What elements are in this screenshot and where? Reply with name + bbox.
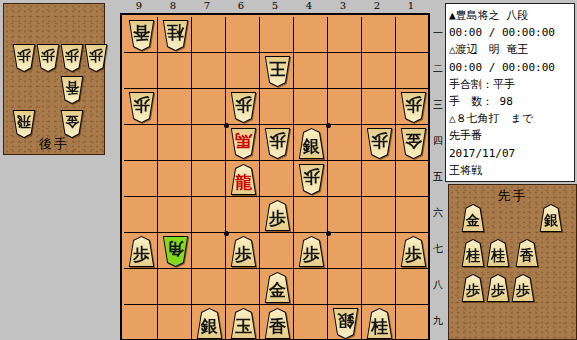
piece-face: 香	[265, 309, 290, 338]
piece-face: 馬	[231, 129, 256, 158]
piece-face: 歩	[231, 237, 256, 266]
piece-shape: 銀	[196, 308, 223, 339]
board-cell-8-3[interactable]	[158, 89, 192, 125]
sente-piece-桂[interactable]: 桂	[366, 308, 393, 339]
file-label-8: 8	[156, 0, 190, 12]
gote-piece-王[interactable]: 王	[264, 56, 291, 87]
board-cell-4-9[interactable]	[294, 305, 328, 340]
gote-piece-銀[interactable]: 銀	[332, 308, 359, 339]
board-cell-1-1[interactable]	[396, 17, 430, 53]
rank-label-6: 六	[431, 206, 445, 220]
board-cell-7-8[interactable]	[192, 269, 226, 305]
sente-label: 先手	[449, 187, 576, 205]
board-cell-5-5[interactable]	[260, 161, 294, 197]
star-point	[326, 123, 331, 128]
last-move-text: △８七角打 まで	[449, 110, 572, 127]
board-cell-1-9[interactable]	[396, 305, 430, 340]
gote-piece-金[interactable]: 金	[60, 110, 84, 138]
sente-piece-桂[interactable]: 桂	[461, 239, 485, 267]
gote-piece-香[interactable]: 香	[128, 20, 155, 51]
piece-glyph: 香	[520, 244, 534, 262]
piece-glyph: 歩	[133, 97, 150, 119]
piece-shape: 金	[400, 128, 427, 159]
board-cell-3-5[interactable]	[328, 161, 362, 197]
piece-face: 桂	[367, 309, 392, 338]
piece-shape: 香	[515, 239, 539, 267]
sente-clock: 00:00 / 00:00:00	[449, 24, 572, 41]
piece-shape: 歩	[128, 92, 155, 123]
board-cell-6-1[interactable]	[226, 17, 260, 53]
piece-shape: 桂	[486, 239, 510, 267]
piece-glyph: 桂	[466, 244, 480, 262]
board-cell-8-4[interactable]	[158, 125, 192, 161]
handicap-text: 手合割：平手	[449, 76, 572, 93]
board-cell-8-9[interactable]	[158, 305, 192, 340]
board-cell-4-6[interactable]	[294, 197, 328, 233]
piece-shape: 歩	[12, 44, 36, 72]
piece-glyph: 歩	[405, 97, 422, 119]
board-cell-1-6[interactable]	[396, 197, 430, 233]
gote-piece-歩[interactable]: 歩	[366, 128, 393, 159]
piece-shape: 飛	[12, 110, 36, 138]
piece-glyph: 歩	[303, 241, 320, 263]
board-cell-8-2[interactable]	[158, 53, 192, 89]
piece-face: 歩	[299, 237, 324, 266]
piece-face: 銀	[540, 205, 562, 231]
board-cell-7-3[interactable]	[192, 89, 226, 125]
piece-face: 金	[462, 205, 484, 231]
piece-face: 玉	[231, 309, 256, 338]
piece-face: 歩	[265, 129, 290, 158]
board-cell-2-2[interactable]	[362, 53, 396, 89]
piece-shape: 王	[264, 56, 291, 87]
piece-glyph: 香	[133, 25, 150, 47]
sente-piece-銀[interactable]: 銀	[298, 128, 325, 159]
sente-piece-銀[interactable]: 銀	[539, 204, 563, 232]
piece-glyph: 歩	[133, 241, 150, 263]
piece-glyph: 桂	[491, 244, 505, 262]
piece-face: 歩	[401, 93, 426, 122]
rank-label-8: 八	[431, 278, 445, 292]
piece-face: 歩	[37, 45, 59, 71]
sente-piece-龍[interactable]: 龍	[230, 164, 257, 195]
piece-glyph: 歩	[235, 241, 252, 263]
board-cell-8-8[interactable]	[158, 269, 192, 305]
board-cell-7-5[interactable]	[192, 161, 226, 197]
rank-label-7: 七	[431, 242, 445, 256]
piece-glyph: 歩	[466, 279, 480, 297]
board-cell-8-6[interactable]	[158, 197, 192, 233]
board-cell-5-7[interactable]	[260, 233, 294, 269]
piece-face: 歩	[129, 237, 154, 266]
gote-label: 後手	[4, 135, 104, 153]
piece-glyph: 銀	[303, 133, 320, 155]
piece-face: 桂	[462, 240, 484, 266]
piece-shape: 玉	[230, 308, 257, 339]
piece-shape: 金	[264, 272, 291, 303]
board-cell-3-6[interactable]	[328, 197, 362, 233]
piece-shape: 歩	[264, 128, 291, 159]
piece-shape: 歩	[400, 236, 427, 267]
piece-face: 香	[516, 240, 538, 266]
board-cell-7-4[interactable]	[192, 125, 226, 161]
game-info-panel: ▲豊島将之 八段 00:00 / 00:00:00 △渡辺 明 竜王 00:00…	[445, 3, 575, 182]
game-date: 2017/11/07	[449, 145, 572, 162]
piece-face: 銀	[197, 309, 222, 338]
gote-piece-歩[interactable]: 歩	[36, 44, 60, 72]
file-label-7: 7	[190, 0, 224, 12]
board-cell-2-6[interactable]	[362, 197, 396, 233]
board-cell-2-5[interactable]	[362, 161, 396, 197]
piece-shape: 香	[128, 20, 155, 51]
piece-face: 王	[265, 57, 290, 86]
sente-piece-歩[interactable]: 歩	[298, 236, 325, 267]
file-label-1: 1	[394, 0, 428, 12]
piece-face: 桂	[163, 21, 188, 50]
piece-shape: 銀	[298, 128, 325, 159]
rank-label-9: 九	[431, 314, 445, 328]
piece-face: 歩	[401, 237, 426, 266]
sente-piece-歩[interactable]: 歩	[511, 274, 535, 302]
board-cell-9-9[interactable]	[124, 305, 158, 340]
sente-piece-金[interactable]: 金	[461, 204, 485, 232]
sente-piece-桂[interactable]: 桂	[486, 239, 510, 267]
board-cell-8-5[interactable]	[158, 161, 192, 197]
piece-glyph: 歩	[516, 279, 530, 297]
gote-piece-歩[interactable]: 歩	[298, 164, 325, 195]
star-point	[326, 231, 331, 236]
piece-shape: 歩	[298, 236, 325, 267]
board-cell-4-1[interactable]	[294, 17, 328, 53]
piece-glyph: 金	[65, 115, 79, 133]
piece-glyph: 香	[269, 313, 286, 335]
gote-clock: 00:00 / 00:00:00	[449, 59, 572, 76]
board-cell-3-8[interactable]	[328, 269, 362, 305]
sente-piece-歩[interactable]: 歩	[461, 274, 485, 302]
piece-glyph: 歩	[491, 279, 505, 297]
rank-label-1: 一	[431, 26, 445, 40]
sente-piece-香[interactable]: 香	[515, 239, 539, 267]
board-cell-6-2[interactable]	[226, 53, 260, 89]
piece-glyph: 桂	[167, 25, 184, 47]
rank-label-4: 四	[431, 134, 445, 148]
piece-face: 金	[265, 273, 290, 302]
piece-face: 歩	[462, 275, 484, 301]
piece-face: 香	[129, 21, 154, 50]
piece-face: 歩	[129, 93, 154, 122]
piece-face: 歩	[487, 275, 509, 301]
board-cell-9-8[interactable]	[124, 269, 158, 305]
sente-piece-香[interactable]: 香	[264, 308, 291, 339]
event-name: 王将戦	[449, 162, 572, 179]
sente-piece-歩[interactable]: 歩	[264, 200, 291, 231]
board-cell-3-4[interactable]	[328, 125, 362, 161]
board-cell-1-5[interactable]	[396, 161, 430, 197]
piece-shape: 銀	[539, 204, 563, 232]
file-coordinates: 987654321	[120, 0, 432, 12]
file-label-4: 4	[292, 0, 326, 12]
piece-face: 龍	[231, 165, 256, 194]
gote-piece-歩[interactable]: 歩	[230, 92, 257, 123]
board-cell-2-1[interactable]	[362, 17, 396, 53]
board-cell-1-2[interactable]	[396, 53, 430, 89]
piece-face: 歩	[299, 165, 324, 194]
piece-glyph: 歩	[89, 49, 103, 67]
board-cell-3-2[interactable]	[328, 53, 362, 89]
piece-shape: 桂	[366, 308, 393, 339]
file-label-5: 5	[258, 0, 292, 12]
board-cell-6-8[interactable]	[226, 269, 260, 305]
gote-piece-桂[interactable]: 桂	[162, 20, 189, 51]
piece-glyph: 王	[269, 61, 286, 83]
piece-shape: 馬	[230, 128, 257, 159]
board-cell-3-3[interactable]	[328, 89, 362, 125]
piece-glyph: 歩	[303, 169, 320, 191]
piece-face: 金	[61, 111, 83, 137]
board-cell-4-2[interactable]	[294, 53, 328, 89]
piece-glyph: 歩	[41, 49, 55, 67]
board-cell-9-2[interactable]	[124, 53, 158, 89]
piece-face: 歩	[367, 129, 392, 158]
gote-piece-歩[interactable]: 歩	[84, 44, 108, 72]
piece-face: 銀	[333, 309, 358, 338]
piece-shape: 歩	[230, 236, 257, 267]
board-cell-4-3[interactable]	[294, 89, 328, 125]
piece-glyph: 銀	[337, 313, 354, 335]
piece-glyph: 歩	[405, 241, 422, 263]
piece-shape: 桂	[461, 239, 485, 267]
board-cell-3-1[interactable]	[328, 17, 362, 53]
piece-shape: 角	[162, 236, 189, 267]
piece-shape: 金	[461, 204, 485, 232]
piece-shape: 歩	[298, 164, 325, 195]
sente-hand-tray: 先手 金銀桂桂香歩歩歩	[448, 184, 577, 340]
piece-face: 歩	[512, 275, 534, 301]
piece-glyph: 銀	[201, 313, 218, 335]
sente-piece-歩[interactable]: 歩	[128, 236, 155, 267]
piece-shape: 桂	[162, 20, 189, 51]
piece-face: 歩	[231, 93, 256, 122]
piece-face: 銀	[299, 129, 324, 158]
piece-face: 歩	[85, 45, 107, 71]
piece-shape: 歩	[366, 128, 393, 159]
piece-shape: 歩	[461, 274, 485, 302]
star-point	[224, 123, 229, 128]
piece-glyph: 歩	[371, 133, 388, 155]
piece-glyph: 桂	[371, 313, 388, 335]
piece-glyph: 角	[167, 241, 184, 263]
piece-shape: 香	[60, 76, 84, 104]
sente-piece-金[interactable]: 金	[264, 272, 291, 303]
piece-shape: 歩	[486, 274, 510, 302]
board-cell-7-2[interactable]	[192, 53, 226, 89]
gote-piece-歩[interactable]: 歩	[400, 92, 427, 123]
gote-piece-金[interactable]: 金	[400, 128, 427, 159]
gote-piece-歩[interactable]: 歩	[12, 44, 36, 72]
piece-shape: 歩	[60, 44, 84, 72]
board-cell-4-8[interactable]	[294, 269, 328, 305]
rank-label-3: 三	[431, 98, 445, 112]
piece-glyph: 歩	[17, 49, 31, 67]
rank-coordinates: 一二三四五六七八九	[431, 13, 445, 337]
piece-face: 桂	[487, 240, 509, 266]
piece-glyph: 歩	[269, 133, 286, 155]
piece-glyph: 歩	[235, 97, 252, 119]
piece-shape: 歩	[264, 200, 291, 231]
board-cell-5-1[interactable]	[260, 17, 294, 53]
board-cell-9-4[interactable]	[124, 125, 158, 161]
gote-piece-歩[interactable]: 歩	[60, 44, 84, 72]
piece-glyph: 香	[65, 81, 79, 99]
piece-shape: 銀	[332, 308, 359, 339]
file-label-6: 6	[224, 0, 258, 12]
board-cell-7-6[interactable]	[192, 197, 226, 233]
piece-shape: 歩	[511, 274, 535, 302]
board-cell-1-8[interactable]	[396, 269, 430, 305]
sente-player-name: ▲豊島将之 八段	[449, 7, 572, 24]
piece-shape: 金	[60, 110, 84, 138]
move-count-text: 手 数： 98	[449, 93, 572, 110]
gote-hand-tray: 歩歩歩歩香飛金 後手	[3, 3, 105, 155]
piece-face: 歩	[13, 45, 35, 71]
piece-shape: 歩	[400, 92, 427, 123]
piece-glyph: 金	[405, 133, 422, 155]
file-label-9: 9	[122, 0, 156, 12]
board-cell-2-7[interactable]	[362, 233, 396, 269]
sente-piece-歩[interactable]: 歩	[400, 236, 427, 267]
piece-shape: 歩	[128, 236, 155, 267]
piece-shape: 歩	[36, 44, 60, 72]
board-cell-3-7[interactable]	[328, 233, 362, 269]
sente-piece-歩[interactable]: 歩	[230, 236, 257, 267]
board-cell-5-3[interactable]	[260, 89, 294, 125]
star-point	[224, 231, 229, 236]
piece-glyph: 金	[466, 209, 480, 227]
file-label-3: 3	[326, 0, 360, 12]
piece-glyph: 馬	[235, 133, 252, 155]
to-move-text: 先手番	[449, 127, 572, 144]
piece-shape: 香	[264, 308, 291, 339]
piece-glyph: 龍	[235, 169, 252, 191]
rank-label-5: 五	[431, 170, 445, 184]
piece-glyph: 歩	[65, 49, 79, 67]
piece-glyph: 銀	[544, 209, 558, 227]
gote-piece-飛[interactable]: 飛	[12, 110, 36, 138]
sente-piece-銀[interactable]: 銀	[196, 308, 223, 339]
gote-piece-香[interactable]: 香	[60, 76, 84, 104]
gote-piece-歩[interactable]: 歩	[264, 128, 291, 159]
sente-piece-歩[interactable]: 歩	[486, 274, 510, 302]
piece-face: 金	[401, 129, 426, 158]
board-cell-2-3[interactable]	[362, 89, 396, 125]
board-cell-7-7[interactable]	[192, 233, 226, 269]
rank-label-2: 二	[431, 62, 445, 76]
gote-piece-馬[interactable]: 馬	[230, 128, 257, 159]
file-label-2: 2	[360, 0, 394, 12]
piece-face: 香	[61, 77, 83, 103]
board-cell-9-5[interactable]	[124, 161, 158, 197]
piece-shape: 歩	[84, 44, 108, 72]
piece-shape: 歩	[230, 92, 257, 123]
piece-glyph: 金	[269, 277, 286, 299]
board-cell-2-8[interactable]	[362, 269, 396, 305]
board-cell-7-1[interactable]	[192, 17, 226, 53]
piece-glyph: 歩	[269, 205, 286, 227]
piece-glyph: 飛	[17, 115, 31, 133]
piece-face: 飛	[13, 111, 35, 137]
board-grid: 香桂王歩歩歩馬歩銀歩金龍歩歩歩角歩歩歩金銀玉香銀桂	[124, 17, 430, 340]
piece-face: 角	[163, 237, 188, 266]
gote-player-name: △渡辺 明 竜王	[449, 41, 572, 58]
piece-face: 歩	[61, 45, 83, 71]
piece-glyph: 玉	[235, 313, 252, 335]
gote-piece-歩[interactable]: 歩	[128, 92, 155, 123]
board-cell-9-6[interactable]	[124, 197, 158, 233]
shogi-board: 香桂王歩歩歩馬歩銀歩金龍歩歩歩角歩歩歩金銀玉香銀桂	[120, 13, 430, 340]
gote-piece-角[interactable]: 角	[162, 236, 189, 267]
piece-face: 歩	[265, 201, 290, 230]
board-cell-6-6[interactable]	[226, 197, 260, 233]
piece-shape: 龍	[230, 164, 257, 195]
sente-piece-玉[interactable]: 玉	[230, 308, 257, 339]
